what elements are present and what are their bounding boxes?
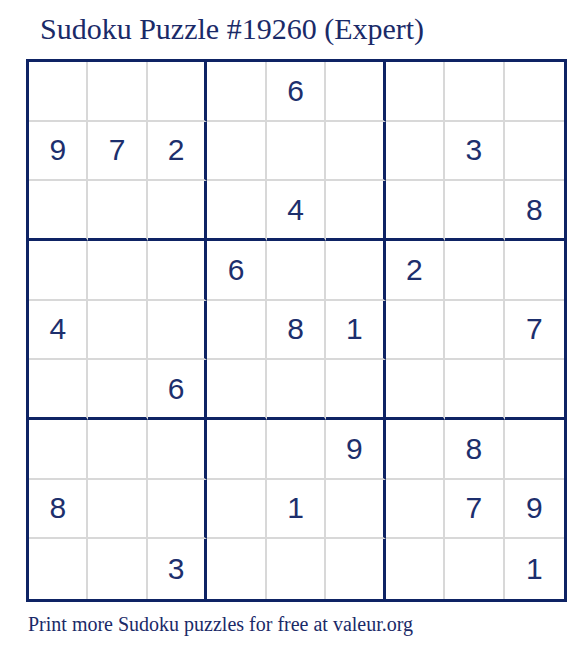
cell-r2c8: 3 [445, 122, 504, 182]
cell-r5c9: 7 [505, 301, 564, 361]
cell-r3c3[interactable] [148, 181, 207, 241]
cell-r7c1[interactable] [29, 420, 88, 480]
cell-r4c8[interactable] [445, 241, 504, 301]
cell-r4c2[interactable] [88, 241, 147, 301]
cell-r9c7[interactable] [386, 539, 445, 599]
cell-r2c6[interactable] [326, 122, 385, 182]
cell-r1c1[interactable] [29, 62, 88, 122]
cell-r6c5[interactable] [267, 360, 326, 420]
cell-r1c4[interactable] [207, 62, 266, 122]
cell-r8c7[interactable] [386, 480, 445, 540]
cell-r4c1[interactable] [29, 241, 88, 301]
cell-r1c7[interactable] [386, 62, 445, 122]
page: Sudoku Puzzle #19260 (Expert) 6972348624… [0, 0, 580, 651]
cell-r2c2: 7 [88, 122, 147, 182]
cell-r5c2[interactable] [88, 301, 147, 361]
cell-r5c5: 8 [267, 301, 326, 361]
cell-r3c7[interactable] [386, 181, 445, 241]
footer-text: Print more Sudoku puzzles for free at va… [28, 613, 413, 635]
cell-r2c4[interactable] [207, 122, 266, 182]
cell-r6c1[interactable] [29, 360, 88, 420]
page-title: Sudoku Puzzle #19260 (Expert) [40, 14, 424, 44]
cell-r1c5: 6 [267, 62, 326, 122]
cell-r6c9[interactable] [505, 360, 564, 420]
cell-r2c1: 9 [29, 122, 88, 182]
cell-r5c7[interactable] [386, 301, 445, 361]
cell-r3c5: 4 [267, 181, 326, 241]
cell-r2c5[interactable] [267, 122, 326, 182]
cell-r6c3: 6 [148, 360, 207, 420]
cell-r3c4[interactable] [207, 181, 266, 241]
cell-r2c3: 2 [148, 122, 207, 182]
cell-r9c1[interactable] [29, 539, 88, 599]
cell-r7c2[interactable] [88, 420, 147, 480]
cell-r6c6[interactable] [326, 360, 385, 420]
cell-r4c4: 6 [207, 241, 266, 301]
sudoku-board: 6972348624817698817931 [26, 59, 567, 602]
cell-r9c3: 3 [148, 539, 207, 599]
cell-r4c7: 2 [386, 241, 445, 301]
cell-r1c3[interactable] [148, 62, 207, 122]
cell-r7c7[interactable] [386, 420, 445, 480]
cell-r7c5[interactable] [267, 420, 326, 480]
cell-r6c7[interactable] [386, 360, 445, 420]
cell-r4c6[interactable] [326, 241, 385, 301]
cell-r6c4[interactable] [207, 360, 266, 420]
cell-r3c2[interactable] [88, 181, 147, 241]
cell-r7c8: 8 [445, 420, 504, 480]
cell-r5c3[interactable] [148, 301, 207, 361]
cell-r8c5: 1 [267, 480, 326, 540]
cell-r9c9: 1 [505, 539, 564, 599]
cell-r4c9[interactable] [505, 241, 564, 301]
cell-r7c9[interactable] [505, 420, 564, 480]
cell-r9c6[interactable] [326, 539, 385, 599]
cell-r9c4[interactable] [207, 539, 266, 599]
cell-r8c4[interactable] [207, 480, 266, 540]
cell-r5c4[interactable] [207, 301, 266, 361]
cell-r1c6[interactable] [326, 62, 385, 122]
cell-r9c5[interactable] [267, 539, 326, 599]
cell-r8c9: 9 [505, 480, 564, 540]
cell-r4c3[interactable] [148, 241, 207, 301]
cell-r3c9: 8 [505, 181, 564, 241]
cell-r7c3[interactable] [148, 420, 207, 480]
cell-r6c8[interactable] [445, 360, 504, 420]
cell-r7c6: 9 [326, 420, 385, 480]
cell-r9c2[interactable] [88, 539, 147, 599]
cell-r5c1: 4 [29, 301, 88, 361]
cell-r8c6[interactable] [326, 480, 385, 540]
cell-r1c8[interactable] [445, 62, 504, 122]
cell-r9c8[interactable] [445, 539, 504, 599]
cell-r5c6: 1 [326, 301, 385, 361]
cell-r3c1[interactable] [29, 181, 88, 241]
cell-r6c2[interactable] [88, 360, 147, 420]
cell-r1c2[interactable] [88, 62, 147, 122]
cell-r3c6[interactable] [326, 181, 385, 241]
cell-r1c9[interactable] [505, 62, 564, 122]
cell-r8c8: 7 [445, 480, 504, 540]
cell-r7c4[interactable] [207, 420, 266, 480]
cell-r5c8[interactable] [445, 301, 504, 361]
cell-r4c5[interactable] [267, 241, 326, 301]
cell-r2c7[interactable] [386, 122, 445, 182]
cell-r8c2[interactable] [88, 480, 147, 540]
cell-r3c8[interactable] [445, 181, 504, 241]
cell-r8c1: 8 [29, 480, 88, 540]
cell-r2c9[interactable] [505, 122, 564, 182]
cell-r8c3[interactable] [148, 480, 207, 540]
